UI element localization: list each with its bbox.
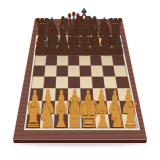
piece-white-rook-h1[interactable]: ♜: [122, 95, 139, 134]
board-side-grain: [13, 140, 147, 144]
chess-board: ♜♞♝♛♚♝♞♜♟♟♟♟♟♟♟♟♟♟♟♟♟♟♟♟♜♞♝♛♚♝♞♜: [0, 0, 160, 160]
piece-black-pawn-h7[interactable]: ♟: [109, 23, 126, 64]
chess-product-photo: ♜♞♝♛♚♝♞♜♟♟♟♟♟♟♟♟♟♟♟♟♟♟♟♟♜♞♝♛♚♝♞♜: [0, 0, 160, 160]
